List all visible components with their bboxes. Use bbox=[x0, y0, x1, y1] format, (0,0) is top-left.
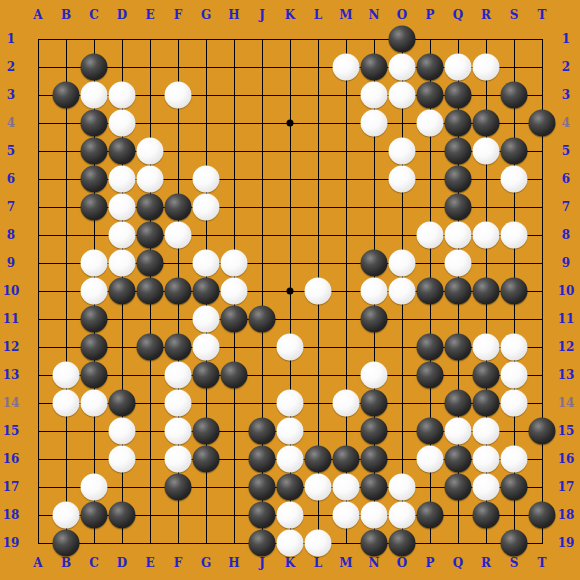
stone-white-D4 bbox=[109, 110, 136, 137]
row-label-left-2: 2 bbox=[7, 61, 15, 73]
stone-black-T4 bbox=[529, 110, 556, 137]
stone-white-B14 bbox=[53, 390, 80, 417]
row-label-right-16: 16 bbox=[558, 453, 575, 465]
stone-black-T18 bbox=[529, 502, 556, 529]
stone-white-O10 bbox=[389, 278, 416, 305]
stone-white-K12 bbox=[277, 334, 304, 361]
stone-black-R4 bbox=[473, 110, 500, 137]
stone-black-D14 bbox=[109, 390, 136, 417]
stone-black-P15 bbox=[417, 418, 444, 445]
stone-black-G16 bbox=[193, 446, 220, 473]
stone-black-N19 bbox=[361, 530, 388, 557]
row-label-right-4: 4 bbox=[562, 117, 570, 129]
stone-black-G10 bbox=[193, 278, 220, 305]
stone-black-F17 bbox=[165, 474, 192, 501]
stone-white-G11 bbox=[193, 306, 220, 333]
col-label-bottom-B: B bbox=[61, 557, 71, 569]
stone-black-S3 bbox=[501, 82, 528, 109]
col-label-bottom-J: J bbox=[259, 557, 265, 569]
stone-white-P4 bbox=[417, 110, 444, 137]
stone-white-S13 bbox=[501, 362, 528, 389]
stone-white-E6 bbox=[137, 166, 164, 193]
row-label-left-10: 10 bbox=[3, 285, 20, 297]
row-label-right-2: 2 bbox=[562, 61, 570, 73]
stone-white-Q2 bbox=[445, 54, 472, 81]
stone-black-S5 bbox=[501, 138, 528, 165]
col-label-top-K: K bbox=[285, 9, 295, 21]
stone-white-R5 bbox=[473, 138, 500, 165]
col-label-bottom-M: M bbox=[339, 557, 352, 569]
stone-black-Q4 bbox=[445, 110, 472, 137]
stone-black-D5 bbox=[109, 138, 136, 165]
stone-white-D7 bbox=[109, 194, 136, 221]
col-label-bottom-L: L bbox=[314, 557, 322, 569]
row-label-right-17: 17 bbox=[558, 481, 575, 493]
stone-white-N18 bbox=[361, 502, 388, 529]
stone-black-P13 bbox=[417, 362, 444, 389]
col-label-top-G: G bbox=[201, 9, 211, 21]
stone-white-N4 bbox=[361, 110, 388, 137]
stone-black-Q6 bbox=[445, 166, 472, 193]
col-label-bottom-Q: Q bbox=[453, 557, 463, 569]
stone-white-D8 bbox=[109, 222, 136, 249]
stone-white-Q8 bbox=[445, 222, 472, 249]
stone-white-O3 bbox=[389, 82, 416, 109]
stone-white-R2 bbox=[473, 54, 500, 81]
col-label-top-O: O bbox=[397, 9, 407, 21]
col-label-bottom-O: O bbox=[397, 557, 407, 569]
stone-black-L16 bbox=[305, 446, 332, 473]
stone-black-J11 bbox=[249, 306, 276, 333]
row-label-left-4: 4 bbox=[7, 117, 15, 129]
stone-white-H9 bbox=[221, 250, 248, 277]
stone-white-C9 bbox=[81, 250, 108, 277]
col-label-top-S: S bbox=[510, 9, 519, 21]
go-board[interactable] bbox=[24, 25, 556, 557]
col-label-bottom-P: P bbox=[425, 557, 434, 569]
stone-black-E8 bbox=[137, 222, 164, 249]
stone-black-H13 bbox=[221, 362, 248, 389]
stone-white-S12 bbox=[501, 334, 528, 361]
col-label-top-H: H bbox=[228, 9, 239, 21]
stone-black-M16 bbox=[333, 446, 360, 473]
row-label-left-16: 16 bbox=[3, 453, 20, 465]
col-label-bottom-F: F bbox=[174, 557, 183, 569]
stone-white-D16 bbox=[109, 446, 136, 473]
row-label-right-5: 5 bbox=[562, 145, 570, 157]
star-point-K4 bbox=[287, 120, 294, 127]
stone-black-C13 bbox=[81, 362, 108, 389]
stone-black-J17 bbox=[249, 474, 276, 501]
col-label-top-L: L bbox=[314, 9, 322, 21]
grid-hline-11 bbox=[38, 319, 543, 320]
stone-black-N2 bbox=[361, 54, 388, 81]
stone-white-N3 bbox=[361, 82, 388, 109]
stone-white-R8 bbox=[473, 222, 500, 249]
col-label-bottom-S: S bbox=[510, 557, 519, 569]
stone-black-J16 bbox=[249, 446, 276, 473]
row-label-left-3: 3 bbox=[7, 89, 15, 101]
row-label-right-14: 14 bbox=[558, 397, 575, 409]
stone-black-C18 bbox=[81, 502, 108, 529]
stone-black-Q14 bbox=[445, 390, 472, 417]
col-label-top-T: T bbox=[538, 9, 547, 21]
stone-black-G15 bbox=[193, 418, 220, 445]
stone-white-L17 bbox=[305, 474, 332, 501]
row-label-left-12: 12 bbox=[3, 341, 20, 353]
stone-black-J19 bbox=[249, 530, 276, 557]
stone-white-S6 bbox=[501, 166, 528, 193]
col-label-top-N: N bbox=[369, 9, 380, 21]
row-label-left-14: 14 bbox=[3, 397, 20, 409]
row-label-right-9: 9 bbox=[562, 257, 570, 269]
stone-white-M2 bbox=[333, 54, 360, 81]
col-label-bottom-N: N bbox=[369, 557, 380, 569]
stone-white-R16 bbox=[473, 446, 500, 473]
stone-white-L19 bbox=[305, 530, 332, 557]
stone-white-P16 bbox=[417, 446, 444, 473]
stone-black-C6 bbox=[81, 166, 108, 193]
stone-white-K19 bbox=[277, 530, 304, 557]
stone-black-C5 bbox=[81, 138, 108, 165]
col-label-top-D: D bbox=[117, 9, 127, 21]
row-label-right-3: 3 bbox=[562, 89, 570, 101]
stone-black-G13 bbox=[193, 362, 220, 389]
stone-black-P3 bbox=[417, 82, 444, 109]
col-label-top-R: R bbox=[481, 9, 491, 21]
stone-white-F15 bbox=[165, 418, 192, 445]
stone-black-R10 bbox=[473, 278, 500, 305]
stone-white-N10 bbox=[361, 278, 388, 305]
row-label-left-13: 13 bbox=[3, 369, 20, 381]
stone-black-P2 bbox=[417, 54, 444, 81]
stone-white-R12 bbox=[473, 334, 500, 361]
row-label-left-17: 17 bbox=[3, 481, 20, 493]
col-label-bottom-H: H bbox=[228, 557, 239, 569]
stone-white-D3 bbox=[109, 82, 136, 109]
stone-white-O2 bbox=[389, 54, 416, 81]
row-label-right-7: 7 bbox=[562, 201, 570, 213]
stone-white-D6 bbox=[109, 166, 136, 193]
row-label-left-19: 19 bbox=[3, 537, 20, 549]
stone-white-F8 bbox=[165, 222, 192, 249]
col-label-bottom-R: R bbox=[481, 557, 491, 569]
stone-white-M14 bbox=[333, 390, 360, 417]
stone-white-F13 bbox=[165, 362, 192, 389]
stone-black-C11 bbox=[81, 306, 108, 333]
col-label-top-E: E bbox=[145, 9, 154, 21]
stone-black-C12 bbox=[81, 334, 108, 361]
row-label-right-15: 15 bbox=[558, 425, 575, 437]
row-label-left-18: 18 bbox=[3, 509, 20, 521]
col-label-bottom-C: C bbox=[89, 557, 99, 569]
stone-black-J18 bbox=[249, 502, 276, 529]
col-label-bottom-E: E bbox=[145, 557, 154, 569]
row-label-right-8: 8 bbox=[562, 229, 570, 241]
stone-black-R13 bbox=[473, 362, 500, 389]
row-label-left-15: 15 bbox=[3, 425, 20, 437]
row-label-right-12: 12 bbox=[558, 341, 575, 353]
col-label-top-F: F bbox=[174, 9, 183, 21]
stone-white-G12 bbox=[193, 334, 220, 361]
stone-white-C10 bbox=[81, 278, 108, 305]
stone-black-Q10 bbox=[445, 278, 472, 305]
stone-white-O18 bbox=[389, 502, 416, 529]
stone-white-G6 bbox=[193, 166, 220, 193]
col-label-bottom-A: A bbox=[33, 557, 42, 569]
stone-black-F10 bbox=[165, 278, 192, 305]
stone-white-H10 bbox=[221, 278, 248, 305]
stone-white-C14 bbox=[81, 390, 108, 417]
stone-white-C3 bbox=[81, 82, 108, 109]
col-label-top-M: M bbox=[339, 9, 352, 21]
stone-white-S16 bbox=[501, 446, 528, 473]
stone-black-N14 bbox=[361, 390, 388, 417]
stone-black-E12 bbox=[137, 334, 164, 361]
stone-black-C4 bbox=[81, 110, 108, 137]
row-label-left-1: 1 bbox=[7, 33, 15, 45]
stone-white-S14 bbox=[501, 390, 528, 417]
stone-black-H11 bbox=[221, 306, 248, 333]
stone-black-E9 bbox=[137, 250, 164, 277]
col-label-bottom-G: G bbox=[201, 557, 211, 569]
stone-white-P8 bbox=[417, 222, 444, 249]
row-label-right-19: 19 bbox=[558, 537, 575, 549]
row-label-left-5: 5 bbox=[7, 145, 15, 157]
row-label-left-9: 9 bbox=[7, 257, 15, 269]
col-label-bottom-K: K bbox=[285, 557, 295, 569]
col-label-top-A: A bbox=[33, 9, 42, 21]
stone-white-F16 bbox=[165, 446, 192, 473]
col-label-top-Q: Q bbox=[453, 9, 463, 21]
stone-black-P10 bbox=[417, 278, 444, 305]
stone-black-Q7 bbox=[445, 194, 472, 221]
stone-white-O5 bbox=[389, 138, 416, 165]
row-label-right-13: 13 bbox=[558, 369, 575, 381]
col-label-top-C: C bbox=[89, 9, 99, 21]
stone-white-D9 bbox=[109, 250, 136, 277]
stone-white-F14 bbox=[165, 390, 192, 417]
stone-white-K18 bbox=[277, 502, 304, 529]
stone-white-F3 bbox=[165, 82, 192, 109]
stone-white-L10 bbox=[305, 278, 332, 305]
stone-black-N15 bbox=[361, 418, 388, 445]
stone-black-F7 bbox=[165, 194, 192, 221]
col-label-top-B: B bbox=[61, 9, 71, 21]
stone-white-B13 bbox=[53, 362, 80, 389]
stone-white-B18 bbox=[53, 502, 80, 529]
stone-white-M18 bbox=[333, 502, 360, 529]
col-label-top-P: P bbox=[425, 9, 434, 21]
stone-black-N9 bbox=[361, 250, 388, 277]
stone-black-K17 bbox=[277, 474, 304, 501]
row-label-left-8: 8 bbox=[7, 229, 15, 241]
stone-white-K14 bbox=[277, 390, 304, 417]
stone-white-O9 bbox=[389, 250, 416, 277]
stone-black-Q17 bbox=[445, 474, 472, 501]
stone-black-S17 bbox=[501, 474, 528, 501]
row-label-right-6: 6 bbox=[562, 173, 570, 185]
stone-black-P12 bbox=[417, 334, 444, 361]
stone-black-J15 bbox=[249, 418, 276, 445]
stone-black-C2 bbox=[81, 54, 108, 81]
stone-white-G9 bbox=[193, 250, 220, 277]
stone-black-N11 bbox=[361, 306, 388, 333]
stone-black-E7 bbox=[137, 194, 164, 221]
row-label-left-6: 6 bbox=[7, 173, 15, 185]
stone-white-D15 bbox=[109, 418, 136, 445]
stone-white-G7 bbox=[193, 194, 220, 221]
stone-black-S19 bbox=[501, 530, 528, 557]
stone-black-E10 bbox=[137, 278, 164, 305]
stone-black-O1 bbox=[389, 26, 416, 53]
stone-black-P18 bbox=[417, 502, 444, 529]
row-label-left-7: 7 bbox=[7, 201, 15, 213]
stone-white-O17 bbox=[389, 474, 416, 501]
stone-black-S10 bbox=[501, 278, 528, 305]
stone-black-O19 bbox=[389, 530, 416, 557]
stone-black-T15 bbox=[529, 418, 556, 445]
stone-white-Q15 bbox=[445, 418, 472, 445]
row-label-left-11: 11 bbox=[3, 313, 20, 325]
row-label-right-10: 10 bbox=[558, 285, 575, 297]
stone-white-K16 bbox=[277, 446, 304, 473]
stone-black-B19 bbox=[53, 530, 80, 557]
stone-white-K15 bbox=[277, 418, 304, 445]
stone-white-S8 bbox=[501, 222, 528, 249]
grid-hline-13 bbox=[38, 375, 543, 376]
stone-black-D18 bbox=[109, 502, 136, 529]
col-label-bottom-T: T bbox=[538, 557, 547, 569]
stone-black-N17 bbox=[361, 474, 388, 501]
stone-white-N13 bbox=[361, 362, 388, 389]
stone-black-C7 bbox=[81, 194, 108, 221]
star-point-K10 bbox=[287, 288, 294, 295]
stone-black-Q3 bbox=[445, 82, 472, 109]
stone-black-F12 bbox=[165, 334, 192, 361]
stone-black-Q5 bbox=[445, 138, 472, 165]
stone-black-B3 bbox=[53, 82, 80, 109]
stone-black-R18 bbox=[473, 502, 500, 529]
stone-black-N16 bbox=[361, 446, 388, 473]
stone-white-R15 bbox=[473, 418, 500, 445]
row-label-right-18: 18 bbox=[558, 509, 575, 521]
stone-white-M17 bbox=[333, 474, 360, 501]
col-label-top-J: J bbox=[259, 9, 265, 21]
stone-white-R17 bbox=[473, 474, 500, 501]
row-label-right-11: 11 bbox=[558, 313, 575, 325]
stone-black-Q16 bbox=[445, 446, 472, 473]
stone-black-Q12 bbox=[445, 334, 472, 361]
stone-white-C17 bbox=[81, 474, 108, 501]
stone-white-O6 bbox=[389, 166, 416, 193]
col-label-bottom-D: D bbox=[117, 557, 127, 569]
stone-white-Q9 bbox=[445, 250, 472, 277]
stone-white-E5 bbox=[137, 138, 164, 165]
stone-black-R14 bbox=[473, 390, 500, 417]
stone-black-D10 bbox=[109, 278, 136, 305]
row-label-right-1: 1 bbox=[562, 33, 570, 45]
go-board-screenshot: ABCDEFGHJKLMNOPQRST ABCDEFGHJKLMNOPQRST … bbox=[0, 0, 580, 580]
